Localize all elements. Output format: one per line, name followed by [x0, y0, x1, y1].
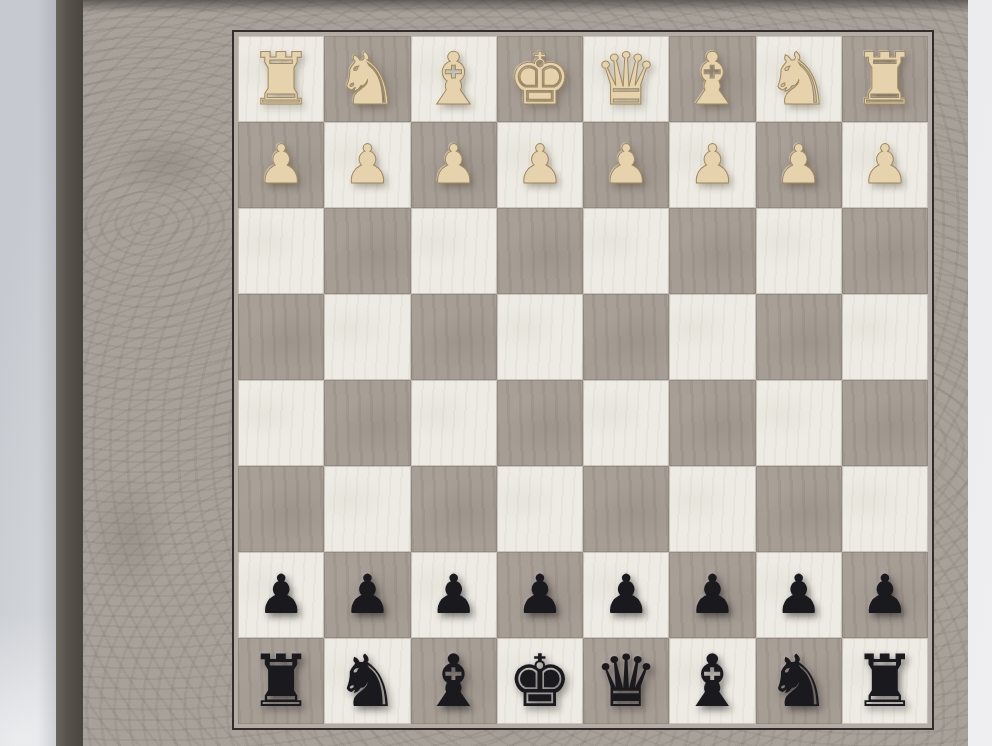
square-d7[interactable]: ♟ — [583, 552, 669, 638]
white-pawn[interactable]: ♟ — [343, 138, 391, 192]
square-g3[interactable] — [324, 208, 410, 294]
square-b6[interactable] — [756, 466, 842, 552]
square-e1[interactable]: ♚ — [497, 36, 583, 122]
chess-board: ♜♞♝♚♛♝♞♜♟♟♟♟♟♟♟♟♟♟♟♟♟♟♟♟♜♞♝♚♛♝♞♜ — [56, 0, 968, 746]
white-king[interactable]: ♚ — [508, 43, 573, 115]
square-d8[interactable]: ♛ — [583, 638, 669, 724]
square-g1[interactable]: ♞ — [324, 36, 410, 122]
white-pawn[interactable]: ♟ — [688, 138, 736, 192]
square-e8[interactable]: ♚ — [497, 638, 583, 724]
square-h4[interactable] — [238, 294, 324, 380]
board-grid: ♜♞♝♚♛♝♞♜♟♟♟♟♟♟♟♟♟♟♟♟♟♟♟♟♜♞♝♚♛♝♞♜ — [238, 36, 928, 724]
black-knight[interactable]: ♞ — [335, 645, 400, 717]
square-b1[interactable]: ♞ — [756, 36, 842, 122]
square-b4[interactable] — [756, 294, 842, 380]
black-pawn[interactable]: ♟ — [774, 568, 822, 622]
square-g7[interactable]: ♟ — [324, 552, 410, 638]
white-rook[interactable]: ♜ — [853, 43, 918, 115]
square-g4[interactable] — [324, 294, 410, 380]
square-g8[interactable]: ♞ — [324, 638, 410, 724]
square-a7[interactable]: ♟ — [842, 552, 928, 638]
board-frame: ♜♞♝♚♛♝♞♜♟♟♟♟♟♟♟♟♟♟♟♟♟♟♟♟♜♞♝♚♛♝♞♜ — [232, 30, 934, 730]
black-pawn[interactable]: ♟ — [861, 568, 909, 622]
white-bishop[interactable]: ♝ — [421, 43, 486, 115]
black-pawn[interactable]: ♟ — [602, 568, 650, 622]
square-d3[interactable] — [583, 208, 669, 294]
square-h2[interactable]: ♟ — [238, 122, 324, 208]
square-b2[interactable]: ♟ — [756, 122, 842, 208]
square-a1[interactable]: ♜ — [842, 36, 928, 122]
square-a5[interactable] — [842, 380, 928, 466]
square-g2[interactable]: ♟ — [324, 122, 410, 208]
square-e7[interactable]: ♟ — [497, 552, 583, 638]
black-rook[interactable]: ♜ — [249, 645, 314, 717]
white-rook[interactable]: ♜ — [249, 43, 314, 115]
black-rook[interactable]: ♜ — [853, 645, 918, 717]
white-pawn[interactable]: ♟ — [257, 138, 305, 192]
square-h5[interactable] — [238, 380, 324, 466]
white-queen[interactable]: ♛ — [594, 43, 659, 115]
white-knight[interactable]: ♞ — [335, 43, 400, 115]
square-c3[interactable] — [669, 208, 755, 294]
square-f4[interactable] — [411, 294, 497, 380]
black-pawn[interactable]: ♟ — [429, 568, 477, 622]
square-f5[interactable] — [411, 380, 497, 466]
black-pawn[interactable]: ♟ — [688, 568, 736, 622]
square-c2[interactable]: ♟ — [669, 122, 755, 208]
square-a4[interactable] — [842, 294, 928, 380]
board-side-edge — [56, 0, 83, 746]
square-f2[interactable]: ♟ — [411, 122, 497, 208]
square-d5[interactable] — [583, 380, 669, 466]
square-c8[interactable]: ♝ — [669, 638, 755, 724]
square-c5[interactable] — [669, 380, 755, 466]
black-knight[interactable]: ♞ — [766, 645, 831, 717]
square-d2[interactable]: ♟ — [583, 122, 669, 208]
square-c6[interactable] — [669, 466, 755, 552]
black-bishop[interactable]: ♝ — [680, 645, 745, 717]
board-far-edge-shading — [83, 0, 968, 13]
square-d1[interactable]: ♛ — [583, 36, 669, 122]
square-g5[interactable] — [324, 380, 410, 466]
black-bishop[interactable]: ♝ — [421, 645, 486, 717]
square-f3[interactable] — [411, 208, 497, 294]
square-d4[interactable] — [583, 294, 669, 380]
square-e5[interactable] — [497, 380, 583, 466]
black-pawn[interactable]: ♟ — [516, 568, 564, 622]
black-pawn[interactable]: ♟ — [257, 568, 305, 622]
square-b3[interactable] — [756, 208, 842, 294]
square-e6[interactable] — [497, 466, 583, 552]
square-c4[interactable] — [669, 294, 755, 380]
square-c7[interactable]: ♟ — [669, 552, 755, 638]
square-b5[interactable] — [756, 380, 842, 466]
white-pawn[interactable]: ♟ — [429, 138, 477, 192]
white-pawn[interactable]: ♟ — [774, 138, 822, 192]
square-b7[interactable]: ♟ — [756, 552, 842, 638]
square-h7[interactable]: ♟ — [238, 552, 324, 638]
square-h1[interactable]: ♜ — [238, 36, 324, 122]
white-knight[interactable]: ♞ — [766, 43, 831, 115]
square-e2[interactable]: ♟ — [497, 122, 583, 208]
square-a2[interactable]: ♟ — [842, 122, 928, 208]
square-c1[interactable]: ♝ — [669, 36, 755, 122]
square-h3[interactable] — [238, 208, 324, 294]
square-e4[interactable] — [497, 294, 583, 380]
black-queen[interactable]: ♛ — [594, 645, 659, 717]
square-e3[interactable] — [497, 208, 583, 294]
white-pawn[interactable]: ♟ — [602, 138, 650, 192]
square-h6[interactable] — [238, 466, 324, 552]
square-g6[interactable] — [324, 466, 410, 552]
square-f1[interactable]: ♝ — [411, 36, 497, 122]
black-king[interactable]: ♚ — [508, 645, 573, 717]
square-b8[interactable]: ♞ — [756, 638, 842, 724]
photo-background: ♜♞♝♚♛♝♞♜♟♟♟♟♟♟♟♟♟♟♟♟♟♟♟♟♜♞♝♚♛♝♞♜ — [0, 0, 992, 746]
white-bishop[interactable]: ♝ — [680, 43, 745, 115]
white-pawn[interactable]: ♟ — [516, 138, 564, 192]
square-a6[interactable] — [842, 466, 928, 552]
square-d6[interactable] — [583, 466, 669, 552]
white-pawn[interactable]: ♟ — [861, 138, 909, 192]
square-f8[interactable]: ♝ — [411, 638, 497, 724]
square-a8[interactable]: ♜ — [842, 638, 928, 724]
square-h8[interactable]: ♜ — [238, 638, 324, 724]
square-f6[interactable] — [411, 466, 497, 552]
square-a3[interactable] — [842, 208, 928, 294]
black-pawn[interactable]: ♟ — [343, 568, 391, 622]
square-f7[interactable]: ♟ — [411, 552, 497, 638]
